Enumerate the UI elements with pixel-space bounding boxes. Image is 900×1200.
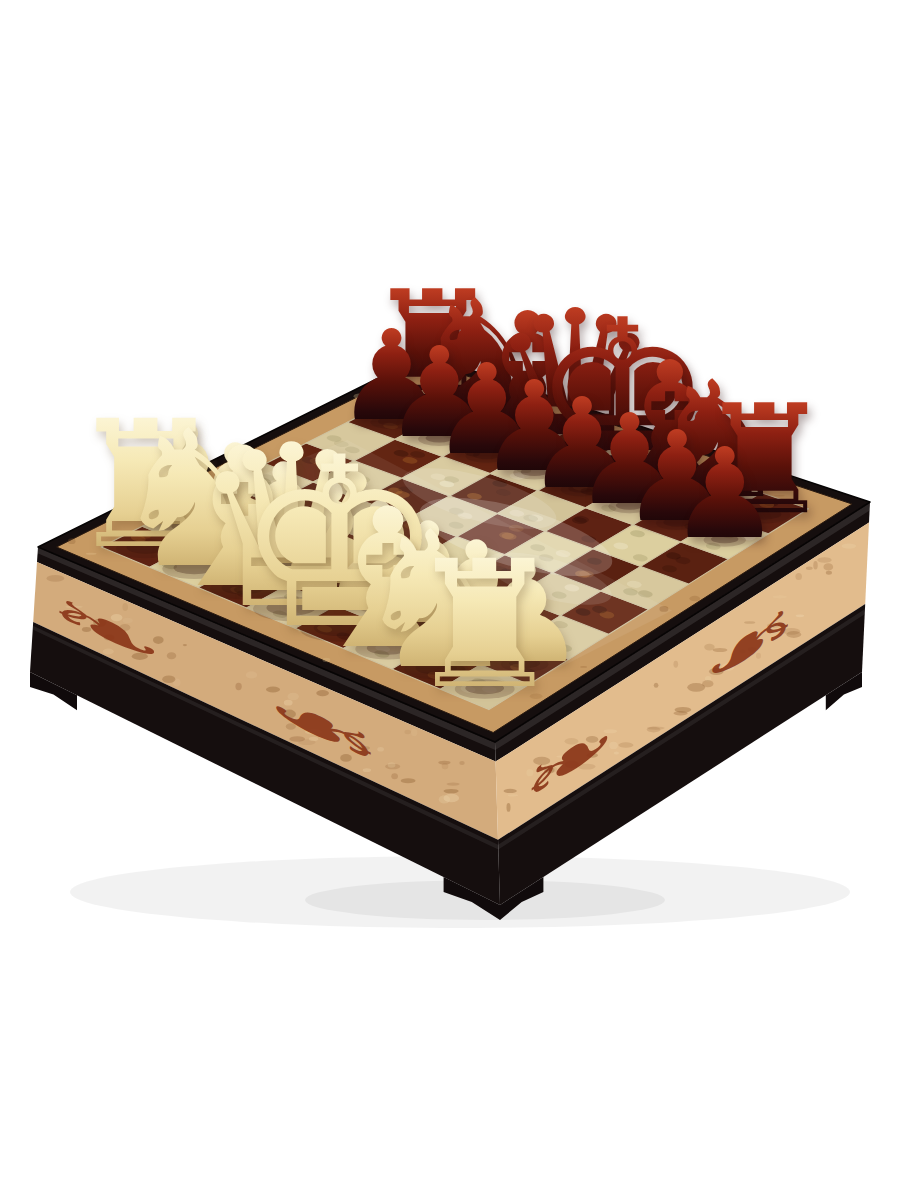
chess-box-rendering: ❧❧❧❧ [0, 0, 900, 1200]
birch-grain [167, 652, 176, 659]
piece-shadow [413, 619, 444, 629]
birch-grain [439, 795, 450, 803]
piece-shadow [554, 442, 596, 455]
piece-shadow [465, 682, 504, 694]
piece-shadow [266, 600, 315, 616]
piece-shadow [600, 458, 644, 472]
piece-shadow [462, 411, 497, 422]
piece-shadow [521, 467, 548, 476]
birch-grain [459, 761, 464, 765]
frame-grain [425, 371, 433, 374]
birch-grain [823, 563, 833, 570]
piece-shadow [174, 561, 216, 574]
piece-shadow [365, 600, 396, 610]
frame-grain [68, 538, 76, 544]
frame-grain [323, 658, 331, 662]
frame-grain [774, 495, 785, 497]
piece-shadow [509, 658, 540, 668]
frame-grain [354, 394, 366, 399]
piece-shadow [568, 484, 595, 493]
birch-grain [841, 544, 856, 549]
piece-shadow [461, 639, 492, 649]
piece-shadow [416, 395, 449, 406]
birch-grain [438, 761, 450, 765]
birch-grain [388, 762, 396, 767]
birch-grain [391, 773, 398, 779]
piece-shadow [652, 476, 688, 487]
birch-grain [674, 661, 679, 668]
piece-shadow [268, 561, 299, 571]
piece-shadow [172, 522, 203, 532]
piece-shadow [700, 492, 735, 503]
frame-grain [580, 666, 587, 668]
piece-shadow [314, 620, 366, 636]
frame-grain [646, 443, 657, 448]
birch-grain [647, 727, 665, 730]
piece-shadow [316, 580, 347, 590]
birch-grain [411, 729, 417, 736]
birch-grain [796, 614, 805, 617]
birch-grain [444, 789, 459, 793]
piece-shadow [473, 451, 500, 460]
piece-shadow [222, 581, 264, 594]
birch-grain [813, 561, 817, 570]
birch-grain [235, 683, 241, 690]
birch-grain [826, 571, 832, 575]
piece-shadow [711, 535, 738, 544]
frame-grain [530, 693, 543, 699]
frame-grain [86, 553, 97, 555]
birch-grain [447, 783, 460, 786]
birch-grain [504, 789, 517, 793]
piece-shadow [426, 434, 453, 443]
birch-grain [404, 730, 410, 735]
piece-shadow [367, 641, 409, 654]
birch-grain [817, 557, 831, 563]
piece-shadow [127, 541, 166, 553]
birch-grain [654, 683, 659, 688]
birch-grain [506, 803, 510, 812]
birch-grain [183, 644, 187, 646]
birch-grain [806, 567, 813, 570]
birch-grain [246, 671, 258, 678]
piece-shadow [663, 518, 690, 527]
piece-shadow [509, 427, 545, 438]
birch-grain [508, 794, 519, 796]
piece-shadow [748, 509, 781, 520]
chess-set-scene: ❧❧❧❧ ♜♞♟♝♟♛♟♚♟♝♟♞♟♜♟♟♟♟♜♟♞♟♝♟♛♟♚♟♝♟♞♜ [0, 0, 900, 1200]
birch-grain [401, 778, 416, 783]
frame-grain [689, 596, 700, 601]
piece-shadow [416, 661, 458, 674]
piece-shadow [616, 501, 643, 510]
piece-shadow [220, 541, 251, 551]
birch-grain [618, 742, 633, 747]
piece-shadow [378, 417, 405, 426]
birch-grain [673, 711, 687, 715]
